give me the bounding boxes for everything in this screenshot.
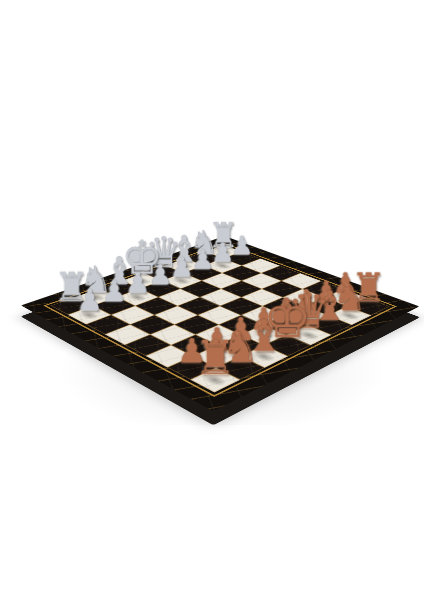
product-photo-stage: ♜♞♟♝♟♛♟♚♟♝♟♞♟♟♜♟♟♜♟♟♞♟♝♟♛♟♚♟♝♟♞♜ (0, 0, 424, 600)
scene: ♜♞♟♝♟♛♟♚♟♝♟♞♟♟♜♟♟♜♟♟♞♟♝♟♛♟♚♟♝♟♞♜ (0, 0, 424, 600)
copper-rook-glyph: ♜ (172, 335, 259, 380)
silver-pawn-glyph: ♟ (52, 287, 128, 315)
chess-board: ♜♞♟♝♟♛♟♚♟♝♟♞♟♟♜♟♟♜♟♟♞♟♝♟♛♟♚♟♝♟♞♜ (21, 236, 420, 411)
